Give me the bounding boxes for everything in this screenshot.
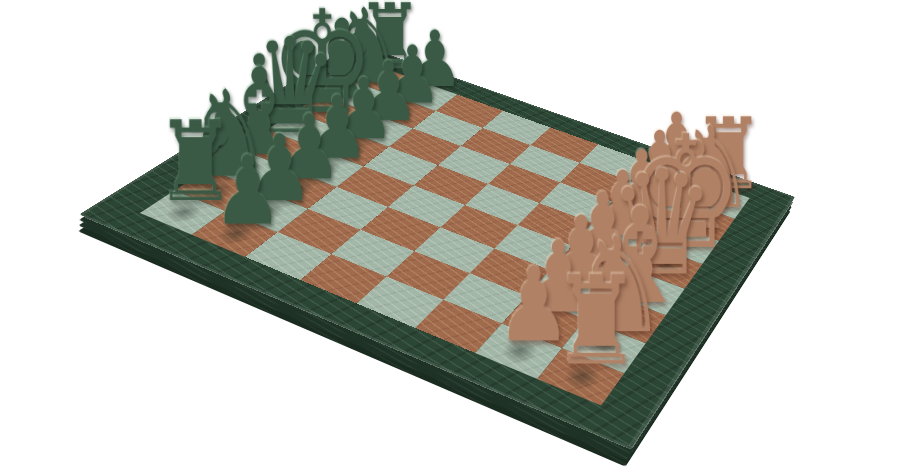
square-f4 [488, 164, 560, 203]
square-f3 [540, 182, 612, 222]
board-frame: ♜♞♝♛♚♝♞♜♟♟♟♟♟♟♟♟♟♟♟♟♟♟♟♟♜♞♝♛♚♝♞♜ [79, 43, 795, 449]
product-photo: ♜♞♝♛♚♝♞♜♟♟♟♟♟♟♟♟♟♟♟♟♟♟♟♟♜♞♝♛♚♝♞♜ [0, 0, 900, 476]
perspective-scene: ♜♞♝♛♚♝♞♜♟♟♟♟♟♟♟♟♟♟♟♟♟♟♟♟♜♞♝♛♚♝♞♜ [0, 0, 900, 476]
black-pawn: ♟ [392, 21, 477, 99]
white-knight: ♞ [666, 111, 760, 224]
square-h8: ♜ [345, 63, 412, 94]
white-rook: ♜ [683, 105, 775, 204]
black-rook: ♜ [348, 0, 432, 82]
board-grid: ♜♞♝♛♚♝♞♜♟♟♟♟♟♟♟♟♟♟♟♟♟♟♟♟♜♞♝♛♚♝♞♜ [140, 63, 750, 406]
white-pawn: ♟ [631, 102, 722, 184]
chess-board: ♜♞♝♛♚♝♞♜♟♟♟♟♟♟♟♟♟♟♟♟♟♟♟♟♜♞♝♛♚♝♞♜ [79, 43, 795, 449]
